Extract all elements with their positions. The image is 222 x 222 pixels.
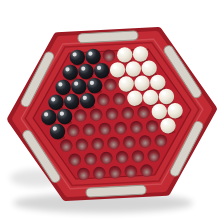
abalone-board	[0, 0, 222, 222]
abalone-board-photo	[0, 0, 222, 222]
